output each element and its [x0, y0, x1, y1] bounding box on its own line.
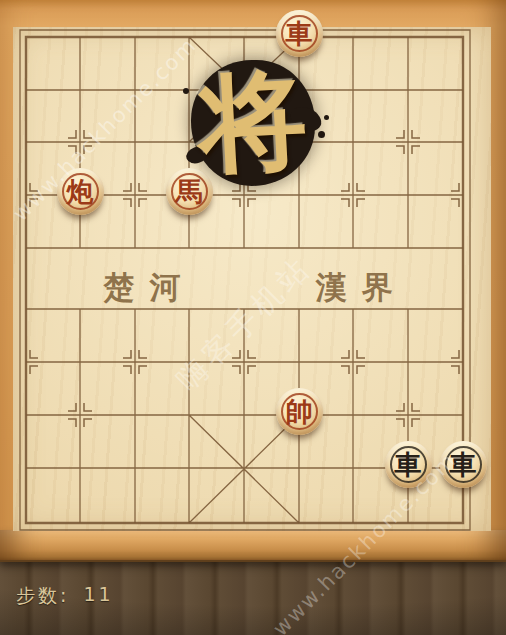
- piece-glyph: 帥: [286, 398, 313, 425]
- check-stamp: 将: [189, 58, 317, 188]
- status-bar: 步数: 11: [16, 583, 114, 609]
- piece-black-chariot-right[interactable]: 車: [440, 441, 487, 488]
- piece-black-chariot-left[interactable]: 車: [385, 441, 432, 488]
- piece-red-cannon[interactable]: 炮: [57, 168, 104, 215]
- piece-glyph: 車: [450, 451, 477, 478]
- xiangqi-game-screen: 楚河 漢界 車将炮馬帥車車 将 步数: 11 www.hackhome.com …: [0, 0, 506, 635]
- piece-glyph: 車: [286, 20, 313, 47]
- step-counter-value: 11: [83, 583, 113, 609]
- piece-glyph: 炮: [67, 178, 94, 205]
- river-label-han-border: 漢界: [299, 267, 409, 309]
- step-counter-label: 步数:: [16, 583, 69, 609]
- piece-red-general[interactable]: 帥: [276, 388, 323, 435]
- river-label-chu-river: 楚河: [87, 267, 197, 309]
- check-stamp-character: 将: [186, 55, 321, 192]
- piece-glyph: 車: [395, 451, 422, 478]
- board-front-edge: [0, 530, 506, 562]
